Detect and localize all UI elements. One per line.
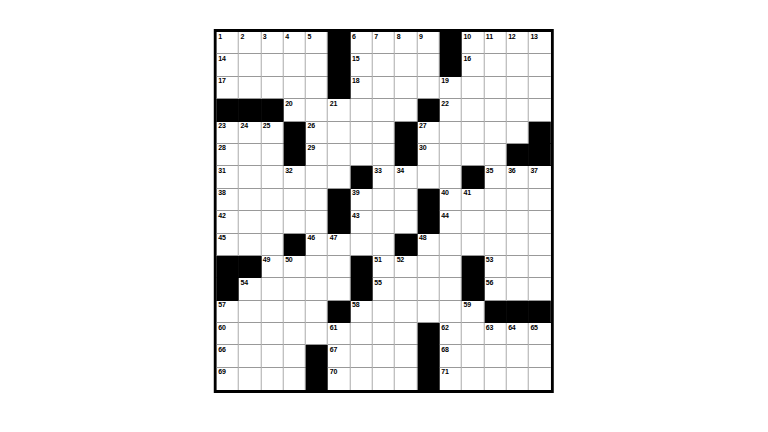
crossword-cell[interactable]: 30	[417, 144, 439, 166]
crossword-cell[interactable]	[484, 122, 506, 144]
crossword-cell[interactable]	[373, 211, 395, 233]
crossword-cell[interactable]	[395, 323, 417, 345]
crossword-cell[interactable]: 68	[440, 345, 462, 367]
crossword-cell[interactable]: 66	[217, 345, 239, 367]
crossword-cell[interactable]: 16	[462, 54, 484, 76]
crossword-cell[interactable]: 19	[440, 77, 462, 99]
crossword-cell[interactable]	[239, 77, 261, 99]
black-square	[417, 211, 439, 233]
crossword-cell[interactable]	[395, 278, 417, 300]
crossword-cell[interactable]: 13	[529, 32, 551, 54]
crossword-cell[interactable]: 1	[217, 32, 239, 54]
crossword-cell[interactable]: 62	[440, 323, 462, 345]
black-square	[217, 278, 239, 300]
crossword-cell[interactable]	[529, 54, 551, 76]
crossword-cell[interactable]: 50	[284, 256, 306, 278]
crossword-cell[interactable]: 48	[417, 234, 439, 256]
crossword-cell[interactable]: 10	[462, 32, 484, 54]
crossword-cell[interactable]	[284, 345, 306, 367]
crossword-cell[interactable]	[373, 77, 395, 99]
black-square	[529, 122, 551, 144]
clue-number: 44	[441, 212, 448, 220]
crossword-cell[interactable]	[284, 211, 306, 233]
crossword-cell[interactable]	[284, 301, 306, 323]
crossword-cell[interactable]	[306, 54, 328, 76]
crossword-cell[interactable]	[440, 144, 462, 166]
crossword-cell[interactable]	[306, 77, 328, 99]
crossword-cell[interactable]	[507, 122, 529, 144]
crossword-cell[interactable]: 2	[239, 32, 261, 54]
crossword-cell[interactable]	[239, 189, 261, 211]
crossword-cell[interactable]	[529, 234, 551, 256]
crossword-cell[interactable]	[328, 166, 350, 188]
crossword-cell[interactable]	[373, 54, 395, 76]
black-square	[306, 345, 328, 367]
crossword-cell[interactable]: 41	[462, 189, 484, 211]
black-square	[328, 54, 350, 76]
clue-number: 21	[330, 100, 337, 108]
clue-number: 50	[285, 256, 292, 264]
clue-number: 60	[218, 324, 225, 332]
crossword-cell[interactable]	[328, 278, 350, 300]
clue-number: 32	[285, 167, 292, 175]
crossword-cell[interactable]: 12	[507, 32, 529, 54]
crossword-cell[interactable]	[284, 77, 306, 99]
crossword-cell[interactable]: 57	[217, 301, 239, 323]
black-square	[351, 166, 373, 188]
crossword-cell[interactable]	[395, 345, 417, 367]
crossword-cell[interactable]: 40	[440, 189, 462, 211]
crossword-board: 1234567891011121314151617181920212223242…	[214, 29, 554, 393]
crossword-cell[interactable]	[462, 77, 484, 99]
crossword-cell[interactable]: 49	[261, 256, 283, 278]
clue-number: 12	[508, 33, 515, 41]
crossword-cell[interactable]: 11	[484, 32, 506, 54]
black-square	[507, 301, 529, 323]
black-square	[328, 77, 350, 99]
crossword-cell[interactable]	[529, 77, 551, 99]
crossword-cell[interactable]: 34	[395, 166, 417, 188]
crossword-cell[interactable]	[284, 278, 306, 300]
black-square	[507, 144, 529, 166]
crossword-cell[interactable]	[507, 211, 529, 233]
clue-number: 30	[419, 144, 426, 152]
crossword-cell[interactable]: 54	[239, 278, 261, 300]
clue-number: 58	[352, 301, 359, 309]
clue-number: 56	[486, 279, 493, 287]
crossword-cell[interactable]	[239, 368, 261, 390]
crossword-cell[interactable]	[440, 278, 462, 300]
crossword-cell[interactable]	[261, 278, 283, 300]
crossword-cell[interactable]	[261, 345, 283, 367]
crossword-cell[interactable]	[328, 122, 350, 144]
clue-number: 34	[397, 167, 404, 175]
crossword-cell[interactable]	[239, 323, 261, 345]
crossword-cell[interactable]	[261, 211, 283, 233]
crossword-cell[interactable]	[462, 122, 484, 144]
black-square	[529, 301, 551, 323]
crossword-cell[interactable]	[239, 211, 261, 233]
crossword-cell[interactable]	[306, 278, 328, 300]
crossword-cell[interactable]	[529, 189, 551, 211]
crossword-cell[interactable]: 22	[440, 99, 462, 121]
clue-number: 33	[374, 167, 381, 175]
black-square	[462, 278, 484, 300]
crossword-cell[interactable]: 37	[529, 166, 551, 188]
crossword-cell[interactable]: 59	[462, 301, 484, 323]
clue-number: 11	[486, 33, 493, 41]
crossword-cell[interactable]: 61	[328, 323, 350, 345]
crossword-cell[interactable]	[373, 99, 395, 121]
crossword-cell[interactable]	[484, 189, 506, 211]
clue-number: 35	[486, 167, 493, 175]
clue-number: 15	[352, 55, 359, 63]
crossword-cell[interactable]: 20	[284, 99, 306, 121]
crossword-cell[interactable]	[373, 122, 395, 144]
clue-number: 3	[263, 33, 267, 41]
crossword-cell[interactable]	[306, 301, 328, 323]
crossword-cell[interactable]	[507, 234, 529, 256]
crossword-cell[interactable]: 15	[351, 54, 373, 76]
crossword-cell[interactable]: 9	[417, 32, 439, 54]
crossword-cell[interactable]	[284, 54, 306, 76]
crossword-cell[interactable]	[507, 278, 529, 300]
crossword-cell[interactable]: 58	[351, 301, 373, 323]
black-square	[261, 99, 283, 121]
crossword-cell[interactable]: 31	[217, 166, 239, 188]
black-square	[328, 211, 350, 233]
crossword-cell[interactable]	[373, 345, 395, 367]
clue-number: 25	[263, 122, 270, 130]
clue-number: 5	[307, 33, 311, 41]
clue-number: 28	[218, 144, 225, 152]
black-square	[440, 32, 462, 54]
clue-number: 51	[374, 256, 381, 264]
crossword-cell[interactable]	[484, 345, 506, 367]
crossword-cell[interactable]: 24	[239, 122, 261, 144]
crossword-cell[interactable]: 44	[440, 211, 462, 233]
black-square	[395, 234, 417, 256]
black-square	[462, 256, 484, 278]
crossword-cell[interactable]	[507, 368, 529, 390]
crossword-cell[interactable]: 47	[328, 234, 350, 256]
clue-number: 69	[218, 368, 225, 376]
black-square	[529, 144, 551, 166]
crossword-cell[interactable]	[261, 368, 283, 390]
crossword-cell[interactable]: 14	[217, 54, 239, 76]
crossword-cell[interactable]: 46	[306, 234, 328, 256]
black-square	[284, 234, 306, 256]
crossword-cell[interactable]	[261, 323, 283, 345]
crossword-cell[interactable]	[462, 99, 484, 121]
crossword-cell[interactable]	[484, 211, 506, 233]
crossword-cell[interactable]	[440, 301, 462, 323]
crossword-cell[interactable]: 64	[507, 323, 529, 345]
crossword-cell[interactable]	[417, 166, 439, 188]
crossword-cell[interactable]	[529, 99, 551, 121]
crossword-cell[interactable]: 17	[217, 77, 239, 99]
black-square	[417, 99, 439, 121]
crossword-cell[interactable]	[462, 368, 484, 390]
clue-number: 36	[508, 167, 515, 175]
crossword-cell[interactable]: 63	[484, 323, 506, 345]
crossword-cell[interactable]	[529, 278, 551, 300]
crossword-cell[interactable]	[239, 301, 261, 323]
crossword-cell[interactable]	[529, 211, 551, 233]
crossword-cell[interactable]: 28	[217, 144, 239, 166]
crossword-cell[interactable]	[417, 301, 439, 323]
crossword-cell[interactable]	[395, 54, 417, 76]
crossword-cell[interactable]: 21	[328, 99, 350, 121]
black-square	[217, 256, 239, 278]
clue-number: 22	[441, 100, 448, 108]
clue-number: 47	[330, 234, 337, 242]
clue-number: 8	[397, 33, 401, 41]
crossword-cell[interactable]: 32	[284, 166, 306, 188]
crossword-cell[interactable]: 69	[217, 368, 239, 390]
black-square	[417, 345, 439, 367]
clue-number: 9	[419, 33, 423, 41]
black-square	[328, 189, 350, 211]
clue-number: 31	[218, 167, 225, 175]
crossword-cell[interactable]	[440, 166, 462, 188]
crossword-cell[interactable]	[440, 122, 462, 144]
clue-number: 45	[218, 234, 225, 242]
crossword-cell[interactable]	[261, 301, 283, 323]
crossword-cell[interactable]	[395, 301, 417, 323]
crossword-cell[interactable]: 25	[261, 122, 283, 144]
crossword-cell[interactable]: 52	[395, 256, 417, 278]
black-square	[306, 368, 328, 390]
crossword-cell[interactable]	[284, 189, 306, 211]
crossword-cell[interactable]	[328, 256, 350, 278]
clue-number: 70	[330, 368, 337, 376]
crossword-cell[interactable]	[306, 166, 328, 188]
clue-number: 19	[441, 77, 448, 85]
crossword-cell[interactable]	[395, 189, 417, 211]
crossword-cell[interactable]	[373, 234, 395, 256]
clue-number: 7	[374, 33, 378, 41]
clue-number: 52	[397, 256, 404, 264]
crossword-cell[interactable]	[284, 368, 306, 390]
crossword-cell[interactable]	[529, 345, 551, 367]
crossword-cell[interactable]	[306, 256, 328, 278]
clue-number: 24	[241, 122, 248, 130]
crossword-cell[interactable]	[462, 323, 484, 345]
crossword-cell[interactable]	[417, 54, 439, 76]
crossword-cell[interactable]: 26	[306, 122, 328, 144]
crossword-cell[interactable]	[239, 54, 261, 76]
clue-number: 67	[330, 346, 337, 354]
crossword-cell[interactable]: 29	[306, 144, 328, 166]
crossword-cell[interactable]	[306, 211, 328, 233]
black-square	[484, 301, 506, 323]
clue-number: 71	[441, 368, 448, 376]
crossword-cell[interactable]	[440, 234, 462, 256]
crossword-cell[interactable]	[306, 323, 328, 345]
clue-number: 43	[352, 212, 359, 220]
clue-number: 62	[441, 324, 448, 332]
crossword-cell[interactable]	[395, 368, 417, 390]
crossword-cell[interactable]: 7	[373, 32, 395, 54]
crossword-cell[interactable]: 5	[306, 32, 328, 54]
crossword-cell[interactable]	[373, 301, 395, 323]
crossword-cell[interactable]: 8	[395, 32, 417, 54]
crossword-cell[interactable]: 43	[351, 211, 373, 233]
crossword-cell[interactable]: 6	[351, 32, 373, 54]
clue-number: 61	[330, 324, 337, 332]
crossword-cell[interactable]: 38	[217, 189, 239, 211]
crossword-cell[interactable]	[484, 54, 506, 76]
crossword-cell[interactable]	[261, 54, 283, 76]
clue-number: 26	[307, 122, 314, 130]
crossword-cell[interactable]: 36	[507, 166, 529, 188]
black-square	[462, 166, 484, 188]
crossword-cell[interactable]	[395, 211, 417, 233]
crossword-cell[interactable]	[417, 77, 439, 99]
crossword-cell[interactable]: 70	[328, 368, 350, 390]
clue-number: 20	[285, 100, 292, 108]
crossword-cell[interactable]	[373, 189, 395, 211]
crossword-cell[interactable]	[484, 368, 506, 390]
crossword-cell[interactable]: 18	[351, 77, 373, 99]
clue-number: 2	[241, 33, 245, 41]
crossword-cell[interactable]: 42	[217, 211, 239, 233]
crossword-cell[interactable]: 71	[440, 368, 462, 390]
clue-number: 37	[530, 167, 537, 175]
crossword-cell[interactable]	[261, 144, 283, 166]
black-square	[239, 99, 261, 121]
clue-number: 41	[464, 189, 471, 197]
crossword-cell[interactable]	[507, 189, 529, 211]
black-square	[351, 256, 373, 278]
crossword-cell[interactable]	[529, 368, 551, 390]
crossword-cell[interactable]	[239, 234, 261, 256]
crossword-cell[interactable]	[373, 144, 395, 166]
crossword-cell[interactable]	[261, 77, 283, 99]
clue-number: 13	[530, 33, 537, 41]
crossword-cell[interactable]	[440, 256, 462, 278]
black-square	[351, 278, 373, 300]
clue-number: 55	[374, 279, 381, 287]
crossword-cell[interactable]	[261, 166, 283, 188]
crossword-cell[interactable]	[507, 99, 529, 121]
crossword-cell[interactable]	[351, 99, 373, 121]
crossword-cell[interactable]	[484, 99, 506, 121]
crossword-cell[interactable]	[306, 99, 328, 121]
crossword-cell[interactable]: 45	[217, 234, 239, 256]
crossword-cell[interactable]: 35	[484, 166, 506, 188]
crossword-cell[interactable]: 60	[217, 323, 239, 345]
clue-number: 49	[263, 256, 270, 264]
clue-number: 54	[241, 279, 248, 287]
clue-number: 64	[508, 324, 515, 332]
crossword-cell[interactable]	[484, 77, 506, 99]
crossword-cell[interactable]: 56	[484, 278, 506, 300]
crossword-cell[interactable]: 39	[351, 189, 373, 211]
clue-number: 14	[218, 55, 225, 63]
crossword-cell[interactable]	[462, 345, 484, 367]
black-square	[328, 32, 350, 54]
crossword-cell[interactable]	[417, 256, 439, 278]
clue-number: 39	[352, 189, 359, 197]
crossword-cell[interactable]	[373, 323, 395, 345]
crossword-cell[interactable]	[484, 144, 506, 166]
crossword-cell[interactable]	[507, 345, 529, 367]
crossword-cell[interactable]	[373, 368, 395, 390]
clue-number: 42	[218, 212, 225, 220]
crossword-cell[interactable]	[284, 323, 306, 345]
crossword-cell[interactable]	[395, 77, 417, 99]
crossword-cell[interactable]	[507, 256, 529, 278]
clue-number: 4	[285, 33, 289, 41]
crossword-cell[interactable]: 3	[261, 32, 283, 54]
crossword-cell[interactable]	[462, 234, 484, 256]
crossword-cell[interactable]	[351, 368, 373, 390]
clue-number: 29	[307, 144, 314, 152]
crossword-cell[interactable]: 27	[417, 122, 439, 144]
clue-number: 23	[218, 122, 225, 130]
clue-number: 63	[486, 324, 493, 332]
crossword-cell[interactable]	[328, 144, 350, 166]
clue-number: 18	[352, 77, 359, 85]
crossword-cell[interactable]	[462, 144, 484, 166]
crossword-cell[interactable]: 4	[284, 32, 306, 54]
crossword-cell[interactable]	[395, 99, 417, 121]
crossword-cell[interactable]: 23	[217, 122, 239, 144]
crossword-cell[interactable]	[417, 278, 439, 300]
crossword-cell[interactable]: 51	[373, 256, 395, 278]
crossword-cell[interactable]	[239, 345, 261, 367]
crossword-cell[interactable]	[239, 144, 261, 166]
crossword-cell[interactable]	[351, 234, 373, 256]
crossword-cell[interactable]	[462, 211, 484, 233]
page: 1234567891011121314151617181920212223242…	[0, 0, 768, 432]
black-square	[395, 144, 417, 166]
crossword-cell[interactable]	[529, 256, 551, 278]
black-square	[217, 99, 239, 121]
crossword-cell[interactable]: 53	[484, 256, 506, 278]
clue-number: 65	[530, 324, 537, 332]
black-square	[284, 122, 306, 144]
crossword-cell[interactable]	[239, 166, 261, 188]
crossword-cell[interactable]	[261, 189, 283, 211]
crossword-cell[interactable]	[306, 189, 328, 211]
clue-number: 57	[218, 301, 225, 309]
clue-number: 46	[307, 234, 314, 242]
black-square	[417, 368, 439, 390]
black-square	[417, 323, 439, 345]
clue-number: 1	[218, 33, 222, 41]
black-square	[417, 189, 439, 211]
crossword-cell[interactable]: 33	[373, 166, 395, 188]
crossword-cell[interactable]	[507, 77, 529, 99]
crossword-cell[interactable]	[351, 345, 373, 367]
clue-number: 48	[419, 234, 426, 242]
black-square	[239, 256, 261, 278]
crossword-cell[interactable]	[351, 323, 373, 345]
clue-number: 59	[464, 301, 471, 309]
crossword-cell[interactable]	[261, 234, 283, 256]
crossword-cell[interactable]: 65	[529, 323, 551, 345]
crossword-cell[interactable]	[351, 122, 373, 144]
crossword-cell[interactable]: 55	[373, 278, 395, 300]
black-square	[395, 122, 417, 144]
crossword-cell[interactable]: 67	[328, 345, 350, 367]
crossword-cell[interactable]	[484, 234, 506, 256]
crossword-cell[interactable]	[351, 144, 373, 166]
crossword-cell[interactable]	[507, 54, 529, 76]
